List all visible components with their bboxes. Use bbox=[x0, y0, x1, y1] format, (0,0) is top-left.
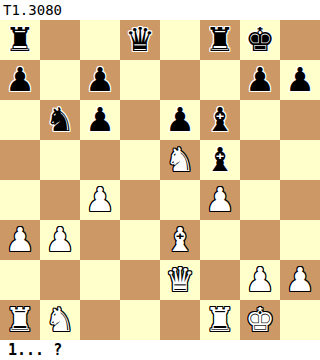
square-c4[interactable]: ♟ bbox=[80, 180, 120, 220]
white-bishop[interactable]: ♝ bbox=[165, 220, 195, 260]
square-c3[interactable] bbox=[80, 220, 120, 260]
square-d1[interactable] bbox=[120, 300, 160, 340]
puzzle-id: T1.3080 bbox=[3, 2, 62, 18]
square-d4[interactable] bbox=[120, 180, 160, 220]
square-g7[interactable]: ♟ bbox=[240, 60, 280, 100]
square-d8[interactable]: ♛ bbox=[120, 20, 160, 60]
square-b6[interactable]: ♞ bbox=[40, 100, 80, 140]
square-h7[interactable]: ♟ bbox=[280, 60, 320, 100]
square-b3[interactable]: ♟ bbox=[40, 220, 80, 260]
square-g8[interactable]: ♚ bbox=[240, 20, 280, 60]
black-rook[interactable]: ♜ bbox=[5, 20, 35, 60]
black-pawn[interactable]: ♟ bbox=[5, 60, 35, 100]
black-king[interactable]: ♚ bbox=[245, 20, 275, 60]
square-h5[interactable] bbox=[280, 140, 320, 180]
square-e5[interactable]: ♞ bbox=[160, 140, 200, 180]
square-d5[interactable] bbox=[120, 140, 160, 180]
square-a5[interactable] bbox=[0, 140, 40, 180]
square-h8[interactable] bbox=[280, 20, 320, 60]
black-knight[interactable]: ♞ bbox=[45, 100, 75, 140]
black-bishop[interactable]: ♝ bbox=[205, 140, 235, 180]
square-f1[interactable]: ♜ bbox=[200, 300, 240, 340]
square-a2[interactable] bbox=[0, 260, 40, 300]
white-pawn[interactable]: ♟ bbox=[5, 220, 35, 260]
white-rook[interactable]: ♜ bbox=[5, 300, 35, 340]
white-pawn[interactable]: ♟ bbox=[245, 260, 275, 300]
square-c6[interactable]: ♟ bbox=[80, 100, 120, 140]
white-knight[interactable]: ♞ bbox=[165, 140, 195, 180]
square-h2[interactable]: ♟ bbox=[280, 260, 320, 300]
square-a7[interactable]: ♟ bbox=[0, 60, 40, 100]
square-f5[interactable]: ♝ bbox=[200, 140, 240, 180]
square-e1[interactable] bbox=[160, 300, 200, 340]
black-queen[interactable]: ♛ bbox=[125, 20, 155, 60]
square-b1[interactable]: ♞ bbox=[40, 300, 80, 340]
square-f4[interactable]: ♟ bbox=[200, 180, 240, 220]
square-f6[interactable]: ♝ bbox=[200, 100, 240, 140]
square-g2[interactable]: ♟ bbox=[240, 260, 280, 300]
square-a8[interactable]: ♜ bbox=[0, 20, 40, 60]
black-rook[interactable]: ♜ bbox=[205, 20, 235, 60]
white-knight[interactable]: ♞ bbox=[45, 300, 75, 340]
square-a1[interactable]: ♜ bbox=[0, 300, 40, 340]
square-e7[interactable] bbox=[160, 60, 200, 100]
white-pawn[interactable]: ♟ bbox=[285, 260, 315, 300]
black-pawn[interactable]: ♟ bbox=[165, 100, 195, 140]
square-g6[interactable] bbox=[240, 100, 280, 140]
square-d2[interactable] bbox=[120, 260, 160, 300]
square-d3[interactable] bbox=[120, 220, 160, 260]
square-c2[interactable] bbox=[80, 260, 120, 300]
square-f7[interactable] bbox=[200, 60, 240, 100]
square-h4[interactable] bbox=[280, 180, 320, 220]
square-c7[interactable]: ♟ bbox=[80, 60, 120, 100]
black-pawn[interactable]: ♟ bbox=[245, 60, 275, 100]
square-b2[interactable] bbox=[40, 260, 80, 300]
move-prompt: 1... ? bbox=[8, 341, 62, 359]
black-pawn[interactable]: ♟ bbox=[85, 60, 115, 100]
status-bar: 1... ? bbox=[0, 340, 320, 360]
square-b4[interactable] bbox=[40, 180, 80, 220]
square-e2[interactable]: ♛ bbox=[160, 260, 200, 300]
square-g3[interactable] bbox=[240, 220, 280, 260]
square-f2[interactable] bbox=[200, 260, 240, 300]
black-pawn[interactable]: ♟ bbox=[285, 60, 315, 100]
square-a4[interactable] bbox=[0, 180, 40, 220]
square-h6[interactable] bbox=[280, 100, 320, 140]
black-pawn[interactable]: ♟ bbox=[85, 100, 115, 140]
square-a3[interactable]: ♟ bbox=[0, 220, 40, 260]
square-e4[interactable] bbox=[160, 180, 200, 220]
square-d6[interactable] bbox=[120, 100, 160, 140]
white-pawn[interactable]: ♟ bbox=[85, 180, 115, 220]
square-g1[interactable]: ♚ bbox=[240, 300, 280, 340]
square-f8[interactable]: ♜ bbox=[200, 20, 240, 60]
white-pawn[interactable]: ♟ bbox=[205, 180, 235, 220]
title-bar: T1.3080 bbox=[0, 0, 320, 20]
chess-puzzle-app: T1.3080 ♜♛♜♚♟♟♟♟♞♟♟♝♞♝♟♟♟♟♝♛♟♟♜♞♜♚ 1... … bbox=[0, 0, 320, 360]
square-b5[interactable] bbox=[40, 140, 80, 180]
square-b7[interactable] bbox=[40, 60, 80, 100]
chess-board: ♜♛♜♚♟♟♟♟♞♟♟♝♞♝♟♟♟♟♝♛♟♟♜♞♜♚ bbox=[0, 20, 320, 340]
white-rook[interactable]: ♜ bbox=[205, 300, 235, 340]
square-e8[interactable] bbox=[160, 20, 200, 60]
black-bishop[interactable]: ♝ bbox=[205, 100, 235, 140]
square-h1[interactable] bbox=[280, 300, 320, 340]
square-b8[interactable] bbox=[40, 20, 80, 60]
white-king[interactable]: ♚ bbox=[245, 300, 275, 340]
square-a6[interactable] bbox=[0, 100, 40, 140]
square-h3[interactable] bbox=[280, 220, 320, 260]
square-f3[interactable] bbox=[200, 220, 240, 260]
square-c1[interactable] bbox=[80, 300, 120, 340]
square-d7[interactable] bbox=[120, 60, 160, 100]
square-e6[interactable]: ♟ bbox=[160, 100, 200, 140]
square-c5[interactable] bbox=[80, 140, 120, 180]
square-g5[interactable] bbox=[240, 140, 280, 180]
white-pawn[interactable]: ♟ bbox=[45, 220, 75, 260]
square-e3[interactable]: ♝ bbox=[160, 220, 200, 260]
white-queen[interactable]: ♛ bbox=[165, 260, 195, 300]
square-c8[interactable] bbox=[80, 20, 120, 60]
square-g4[interactable] bbox=[240, 180, 280, 220]
